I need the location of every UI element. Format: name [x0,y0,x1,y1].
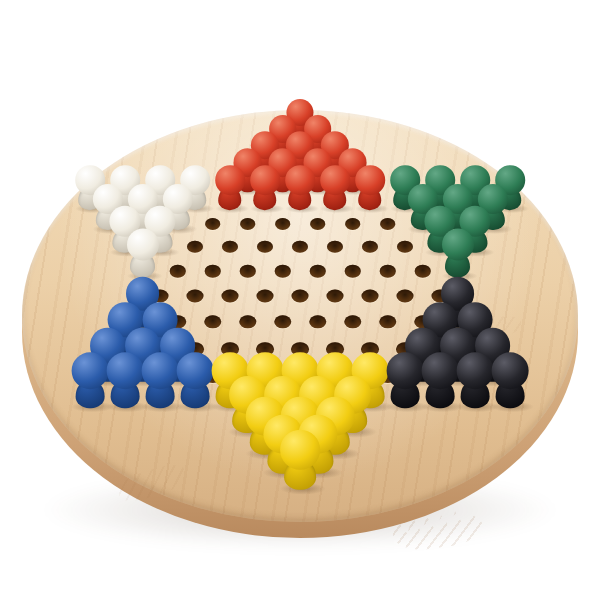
hole-empty[interactable] [275,218,291,230]
hole-empty[interactable] [204,265,221,278]
peg-head [72,352,109,389]
hole-empty[interactable] [345,218,361,230]
peg-yellow[interactable] [280,430,320,490]
peg-blue[interactable] [72,352,109,408]
hole-empty[interactable] [397,290,414,303]
peg-head [177,352,214,389]
peg-red[interactable] [355,165,385,210]
hole-empty[interactable] [187,290,204,303]
peg-head [250,165,280,195]
peg-blue[interactable] [142,352,179,408]
peg-red[interactable] [320,165,350,210]
peg-head [280,430,320,470]
peg-black[interactable] [457,352,494,408]
peg-red[interactable] [250,165,280,210]
peg-head [107,352,144,389]
hole-empty[interactable] [222,290,239,303]
hole-empty[interactable] [257,290,274,303]
peg-head [387,352,424,389]
peg-red[interactable] [215,165,245,210]
hole-empty[interactable] [310,218,326,230]
hole-empty[interactable] [379,265,396,278]
hole-empty[interactable] [309,265,326,278]
hole-empty[interactable] [169,265,186,278]
peg-blue[interactable] [177,352,214,408]
hole-empty[interactable] [362,290,379,303]
hole-empty[interactable] [344,265,361,278]
peg-white[interactable] [126,228,158,277]
peg-red[interactable] [285,165,315,210]
peg-head [441,228,473,260]
peg-black[interactable] [492,352,529,408]
hole-empty[interactable] [327,290,344,303]
peg-blue[interactable] [107,352,144,408]
hole-empty[interactable] [414,265,431,278]
peg-head [142,352,179,389]
peg-black[interactable] [387,352,424,408]
peg-head [285,165,315,195]
peg-head [492,352,529,389]
hole-empty[interactable] [274,265,291,278]
peg-head [355,165,385,195]
hole-empty[interactable] [239,265,256,278]
peg-head [215,165,245,195]
photo-background [0,0,600,600]
peg-black[interactable] [422,352,459,408]
hole-empty[interactable] [240,218,256,230]
hole-empty[interactable] [205,218,221,230]
hole-empty[interactable] [292,290,309,303]
peg-head [457,352,494,389]
peg-head [320,165,350,195]
peg-head [422,352,459,389]
peg-green[interactable] [441,228,473,277]
hole-empty[interactable] [380,218,396,230]
peg-head [126,228,158,260]
